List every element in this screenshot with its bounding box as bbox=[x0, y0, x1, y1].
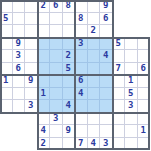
outside-area-r0c9 bbox=[113, 0, 126, 13]
empty-cell-r1c4[interactable] bbox=[50, 13, 63, 26]
empty-cell-r10c9[interactable] bbox=[113, 125, 126, 138]
empty-cell-r9c10[interactable] bbox=[125, 113, 138, 126]
outside-area-r11c1 bbox=[13, 138, 26, 151]
empty-cell-r4c6[interactable] bbox=[75, 50, 88, 63]
given-cell-r10c3[interactable]: 4 bbox=[38, 125, 51, 138]
given-cell-r6c10[interactable]: 1 bbox=[125, 75, 138, 88]
empty-cell-r10c4[interactable] bbox=[50, 125, 63, 138]
box-border-horizontal bbox=[0, 37, 150, 39]
empty-cell-r1c1[interactable] bbox=[13, 13, 26, 26]
outside-area-r10c0 bbox=[0, 125, 13, 138]
empty-cell-r6c3[interactable] bbox=[38, 75, 51, 88]
box-border-vertical bbox=[0, 0, 2, 114]
empty-cell-r3c3[interactable] bbox=[38, 38, 51, 51]
empty-cell-r6c9[interactable] bbox=[113, 75, 126, 88]
outside-area-r1c10 bbox=[125, 13, 138, 26]
outside-area-r0c10 bbox=[125, 0, 138, 13]
box-border-horizontal bbox=[0, 74, 150, 76]
given-cell-r1c6[interactable]: 8 bbox=[75, 13, 88, 26]
sudoku-board: 268958629353246576196114534334912743 bbox=[0, 0, 150, 150]
empty-cell-r10c6[interactable] bbox=[75, 125, 88, 138]
empty-cell-r6c4[interactable] bbox=[50, 75, 63, 88]
given-cell-r4c1[interactable]: 3 bbox=[13, 50, 26, 63]
empty-cell-r9c3[interactable] bbox=[38, 113, 51, 126]
empty-cell-r3c7[interactable] bbox=[88, 38, 101, 51]
empty-cell-r4c4[interactable] bbox=[50, 50, 63, 63]
empty-cell-r6c7[interactable] bbox=[88, 75, 101, 88]
given-cell-r7c10[interactable]: 5 bbox=[125, 88, 138, 101]
outside-area-r10c1 bbox=[13, 125, 26, 138]
outside-area-r9c1 bbox=[13, 113, 26, 126]
empty-cell-r9c9[interactable] bbox=[113, 113, 126, 126]
empty-cell-r4c9[interactable] bbox=[113, 50, 126, 63]
box-border-vertical bbox=[148, 37, 150, 151]
empty-cell-r10c7[interactable] bbox=[88, 125, 101, 138]
given-cell-r6c6[interactable]: 6 bbox=[75, 75, 88, 88]
given-cell-r7c3[interactable]: 1 bbox=[38, 88, 51, 101]
empty-cell-r9c6[interactable] bbox=[75, 113, 88, 126]
outside-area-r0c11 bbox=[138, 0, 151, 13]
empty-cell-r1c3[interactable] bbox=[38, 13, 51, 26]
empty-cell-r7c9[interactable] bbox=[113, 88, 126, 101]
given-cell-r9c4[interactable]: 3 bbox=[50, 113, 63, 126]
empty-cell-r7c1[interactable] bbox=[13, 88, 26, 101]
empty-cell-r4c10[interactable] bbox=[125, 50, 138, 63]
empty-cell-r3c10[interactable] bbox=[125, 38, 138, 51]
empty-cell-r1c7[interactable] bbox=[88, 13, 101, 26]
empty-cell-r4c3[interactable] bbox=[38, 50, 51, 63]
empty-cell-r7c4[interactable] bbox=[50, 88, 63, 101]
outside-area-r1c9 bbox=[113, 13, 126, 26]
empty-cell-r6c1[interactable] bbox=[13, 75, 26, 88]
box-border-horizontal bbox=[0, 0, 114, 2]
box-border-horizontal bbox=[37, 148, 151, 150]
given-cell-r3c1[interactable]: 9 bbox=[13, 38, 26, 51]
given-cell-r7c6[interactable]: 4 bbox=[75, 88, 88, 101]
outside-area-r1c11 bbox=[138, 13, 151, 26]
empty-cell-r4c7[interactable] bbox=[88, 50, 101, 63]
given-cell-r3c6[interactable]: 3 bbox=[75, 38, 88, 51]
given-cell-r3c9[interactable]: 5 bbox=[113, 38, 126, 51]
empty-cell-r9c7[interactable] bbox=[88, 113, 101, 126]
empty-cell-r3c4[interactable] bbox=[50, 38, 63, 51]
empty-cell-r10c10[interactable] bbox=[125, 125, 138, 138]
outside-area-r9c0 bbox=[0, 113, 13, 126]
outside-area-r11c0 bbox=[0, 138, 13, 151]
box-border-horizontal bbox=[0, 112, 150, 114]
empty-cell-r7c7[interactable] bbox=[88, 88, 101, 101]
